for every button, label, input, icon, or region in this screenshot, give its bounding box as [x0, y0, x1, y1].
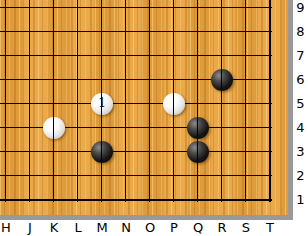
- board-point-R8[interactable]: [210, 20, 234, 44]
- board-point-O9[interactable]: [138, 0, 162, 20]
- column-labels-bar: HJKLMNOPQRST: [0, 220, 308, 236]
- column-label-N: N: [114, 221, 138, 235]
- board-point-L3[interactable]: [66, 140, 90, 164]
- board-point-O6[interactable]: [138, 68, 162, 92]
- board-point-K2[interactable]: [42, 164, 66, 188]
- column-label-R: R: [210, 221, 234, 235]
- board-point-P1[interactable]: [162, 188, 186, 212]
- row-label-9: 9: [293, 1, 308, 15]
- board-point-K8[interactable]: [42, 20, 66, 44]
- board-point-P6[interactable]: [162, 68, 186, 92]
- board-point-Q5[interactable]: [186, 92, 210, 116]
- board-point-K1[interactable]: [42, 188, 66, 212]
- column-label-K: K: [42, 221, 66, 235]
- board-point-H9[interactable]: [0, 0, 18, 20]
- board-point-K4[interactable]: [42, 116, 66, 140]
- board-point-J9[interactable]: [18, 0, 42, 20]
- board-point-T7[interactable]: [258, 44, 282, 68]
- board-point-M1[interactable]: [90, 188, 114, 212]
- board-point-K5[interactable]: [42, 92, 66, 116]
- row-label-1: 1: [293, 193, 308, 207]
- black-stone: [91, 141, 113, 163]
- board-point-R2[interactable]: [210, 164, 234, 188]
- board-point-M4[interactable]: [90, 116, 114, 140]
- row-label-8: 8: [293, 25, 308, 39]
- board-point-J3[interactable]: [18, 140, 42, 164]
- board-point-L9[interactable]: [66, 0, 90, 20]
- board-point-N1[interactable]: [114, 188, 138, 212]
- board-point-T4[interactable]: [258, 116, 282, 140]
- board-point-S8[interactable]: [234, 20, 258, 44]
- board-point-M9[interactable]: [90, 0, 114, 20]
- board-point-S3[interactable]: [234, 140, 258, 164]
- board-point-L7[interactable]: [66, 44, 90, 68]
- board-point-M8[interactable]: [90, 20, 114, 44]
- board-point-Q2[interactable]: [186, 164, 210, 188]
- column-label-M: M: [90, 221, 114, 235]
- white-stone: 1: [91, 93, 113, 115]
- black-stone: [187, 141, 209, 163]
- row-label-3: 3: [293, 145, 308, 159]
- board-point-L6[interactable]: [66, 68, 90, 92]
- board-point-K3[interactable]: [42, 140, 66, 164]
- board-point-T5[interactable]: [258, 92, 282, 116]
- row-label-5: 5: [293, 97, 308, 111]
- board-point-J4[interactable]: [18, 116, 42, 140]
- board-point-Q4[interactable]: [186, 116, 210, 140]
- board-point-T8[interactable]: [258, 20, 282, 44]
- board-point-J2[interactable]: [18, 164, 42, 188]
- board-point-P7[interactable]: [162, 44, 186, 68]
- board-point-N2[interactable]: [114, 164, 138, 188]
- board-point-T2[interactable]: [258, 164, 282, 188]
- board-point-K9[interactable]: [42, 0, 66, 20]
- white-stone: [43, 117, 65, 139]
- board-point-R6[interactable]: [210, 68, 234, 92]
- board-point-S5[interactable]: [234, 92, 258, 116]
- column-label-P: P: [162, 221, 186, 235]
- board-point-S1[interactable]: [234, 188, 258, 212]
- board-point-S4[interactable]: [234, 116, 258, 140]
- column-label-H: H: [0, 221, 18, 235]
- board-point-N6[interactable]: [114, 68, 138, 92]
- row-label-7: 7: [293, 49, 308, 63]
- board-point-O8[interactable]: [138, 20, 162, 44]
- row-labels-bar: 987654321: [293, 0, 308, 236]
- column-label-Q: Q: [186, 221, 210, 235]
- board-point-O5[interactable]: [138, 92, 162, 116]
- board-point-S9[interactable]: [234, 0, 258, 20]
- move-number-label: 1: [98, 97, 106, 109]
- column-label-S: S: [234, 221, 258, 235]
- black-stone: [211, 69, 233, 91]
- board-point-J6[interactable]: [18, 68, 42, 92]
- board-point-T1[interactable]: [258, 188, 282, 212]
- board-point-P4[interactable]: [162, 116, 186, 140]
- board-point-L8[interactable]: [66, 20, 90, 44]
- board-point-P3[interactable]: [162, 140, 186, 164]
- black-stone: [187, 117, 209, 139]
- board-point-H2[interactable]: [0, 164, 18, 188]
- board-point-P8[interactable]: [162, 20, 186, 44]
- board-point-M5[interactable]: 1: [90, 92, 114, 116]
- row-label-2: 2: [293, 169, 308, 183]
- board-point-Q8[interactable]: [186, 20, 210, 44]
- white-stone: [163, 93, 185, 115]
- board-point-P5[interactable]: [162, 92, 186, 116]
- board-point-S7[interactable]: [234, 44, 258, 68]
- board-point-O1[interactable]: [138, 188, 162, 212]
- row-label-4: 4: [293, 121, 308, 135]
- board-point-Q9[interactable]: [186, 0, 210, 20]
- column-label-O: O: [138, 221, 162, 235]
- board-point-N3[interactable]: [114, 140, 138, 164]
- board-point-T6[interactable]: [258, 68, 282, 92]
- board-point-J5[interactable]: [18, 92, 42, 116]
- board-point-O7[interactable]: [138, 44, 162, 68]
- board-point-S6[interactable]: [234, 68, 258, 92]
- board-point-O2[interactable]: [138, 164, 162, 188]
- board-point-J8[interactable]: [18, 20, 42, 44]
- board-point-H8[interactable]: [0, 20, 18, 44]
- board-point-H3[interactable]: [0, 140, 18, 164]
- board-point-M7[interactable]: [90, 44, 114, 68]
- board-point-R9[interactable]: [210, 0, 234, 20]
- board-point-L4[interactable]: [66, 116, 90, 140]
- board-point-H6[interactable]: [0, 68, 18, 92]
- board-point-L5[interactable]: [66, 92, 90, 116]
- board-point-K6[interactable]: [42, 68, 66, 92]
- column-label-T: T: [258, 221, 282, 235]
- board-point-H5[interactable]: [0, 92, 18, 116]
- board-point-M6[interactable]: [90, 68, 114, 92]
- board-point-Q1[interactable]: [186, 188, 210, 212]
- board-point-R5[interactable]: [210, 92, 234, 116]
- board-point-N8[interactable]: [114, 20, 138, 44]
- board-point-L2[interactable]: [66, 164, 90, 188]
- board-point-T3[interactable]: [258, 140, 282, 164]
- board-point-T9[interactable]: [258, 0, 282, 20]
- board-point-S2[interactable]: [234, 164, 258, 188]
- board-point-R4[interactable]: [210, 116, 234, 140]
- board-point-N5[interactable]: [114, 92, 138, 116]
- board-point-L1[interactable]: [66, 188, 90, 212]
- board-point-J7[interactable]: [18, 44, 42, 68]
- row-label-6: 6: [293, 73, 308, 87]
- board-point-R3[interactable]: [210, 140, 234, 164]
- board-point-N4[interactable]: [114, 116, 138, 140]
- board-point-H4[interactable]: [0, 116, 18, 140]
- board-point-Q3[interactable]: [186, 140, 210, 164]
- board-point-P9[interactable]: [162, 0, 186, 20]
- board-point-M3[interactable]: [90, 140, 114, 164]
- go-board-grid: 1: [0, 0, 282, 212]
- board-point-H7[interactable]: [0, 44, 18, 68]
- column-label-L: L: [66, 221, 90, 235]
- board-point-R7[interactable]: [210, 44, 234, 68]
- board-point-O3[interactable]: [138, 140, 162, 164]
- board-point-N9[interactable]: [114, 0, 138, 20]
- board-point-O4[interactable]: [138, 116, 162, 140]
- go-board-view: 1 HJKLMNOPQRST 987654321: [0, 0, 308, 236]
- board-point-P2[interactable]: [162, 164, 186, 188]
- board-point-H1[interactable]: [0, 188, 18, 212]
- board-point-M2[interactable]: [90, 164, 114, 188]
- board-point-N7[interactable]: [114, 44, 138, 68]
- board-point-J1[interactable]: [18, 188, 42, 212]
- board-point-K7[interactable]: [42, 44, 66, 68]
- board-point-Q6[interactable]: [186, 68, 210, 92]
- board-point-R1[interactable]: [210, 188, 234, 212]
- board-point-Q7[interactable]: [186, 44, 210, 68]
- column-label-J: J: [18, 221, 42, 235]
